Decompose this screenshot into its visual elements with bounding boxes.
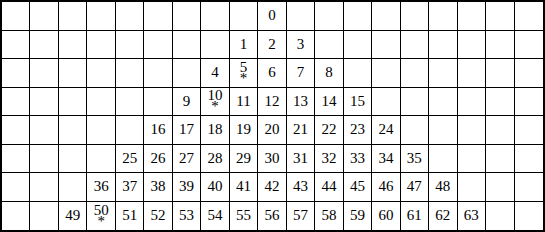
grid-cell — [401, 59, 429, 88]
asterisk-mark: * — [240, 74, 248, 85]
cell-number: 2 — [268, 36, 276, 53]
cell-number: 4 — [211, 64, 219, 81]
grid-cell — [59, 59, 87, 88]
cell-number: 45 — [350, 178, 365, 195]
grid-cell — [87, 116, 115, 145]
grid-cell: 62 — [429, 202, 457, 231]
grid-cell — [401, 88, 429, 117]
cell-number: 0 — [268, 7, 276, 24]
grid-cell: 5* — [230, 59, 258, 88]
cell-number: 3 — [297, 36, 305, 53]
grid-cell — [401, 2, 429, 31]
grid-cell — [30, 145, 58, 174]
cell-number: 48 — [435, 178, 450, 195]
grid-cell — [116, 116, 144, 145]
cell-number: 26 — [151, 150, 166, 167]
cell-number: 18 — [208, 121, 223, 138]
cell-number: 56 — [264, 207, 279, 224]
cell-number: 53 — [179, 207, 194, 224]
grid-cell — [429, 88, 457, 117]
number-grid: 012345*678910*11121314151617181920212223… — [0, 0, 545, 232]
grid-cell — [116, 2, 144, 31]
grid-cell — [515, 31, 543, 60]
grid-cell — [515, 173, 543, 202]
grid-cell — [2, 2, 30, 31]
grid-cell: 3 — [287, 31, 315, 60]
grid-cell — [201, 2, 229, 31]
grid-cell: 59 — [344, 202, 372, 231]
grid-cell — [429, 59, 457, 88]
cell-number: 51 — [122, 207, 137, 224]
grid-cell: 26 — [144, 145, 172, 174]
grid-cell — [87, 145, 115, 174]
grid-cell: 42 — [258, 173, 286, 202]
grid-cell — [144, 2, 172, 31]
cell-number: 62 — [435, 207, 450, 224]
cell-number: 25 — [122, 150, 137, 167]
cell-number: 16 — [151, 121, 166, 138]
grid-cell: 0 — [258, 2, 286, 31]
grid-cell — [173, 31, 201, 60]
cell-number: 37 — [122, 178, 137, 195]
grid-cell — [2, 145, 30, 174]
grid-cell — [2, 202, 30, 231]
cell-number: 47 — [407, 178, 422, 195]
grid-cell: 48 — [429, 173, 457, 202]
cell-number: 11 — [236, 93, 250, 110]
grid-cell — [116, 31, 144, 60]
grid-cell: 58 — [315, 202, 343, 231]
grid-cell: 45 — [344, 173, 372, 202]
cell-number: 39 — [179, 178, 194, 195]
grid-cell — [344, 2, 372, 31]
cell-number: 61 — [407, 207, 422, 224]
grid-cell — [87, 59, 115, 88]
grid-cell: 51 — [116, 202, 144, 231]
grid-cell — [59, 173, 87, 202]
cell-number: 49 — [65, 207, 80, 224]
cell-number: 19 — [236, 121, 251, 138]
grid-cell — [230, 2, 258, 31]
cell-number: 20 — [264, 121, 279, 138]
cell-number: 13 — [293, 93, 308, 110]
grid-cell: 23 — [344, 116, 372, 145]
cell-number: 23 — [350, 121, 365, 138]
cell-number: 31 — [293, 150, 308, 167]
cell-number: 43 — [293, 178, 308, 195]
grid-cell: 47 — [401, 173, 429, 202]
cell-number: 29 — [236, 150, 251, 167]
grid-cell: 41 — [230, 173, 258, 202]
grid-cell — [458, 88, 486, 117]
grid-cell — [30, 88, 58, 117]
grid-cell: 30 — [258, 145, 286, 174]
grid-cell — [59, 31, 87, 60]
grid-cell — [201, 31, 229, 60]
grid-cell: 16 — [144, 116, 172, 145]
grid-cell — [486, 116, 514, 145]
cell-number: 54 — [208, 207, 223, 224]
grid-cell — [515, 202, 543, 231]
grid-cell: 18 — [201, 116, 229, 145]
grid-cell: 22 — [315, 116, 343, 145]
cell-number: 58 — [321, 207, 336, 224]
grid-cell: 50* — [87, 202, 115, 231]
grid-cell: 49 — [59, 202, 87, 231]
cell-number: 6 — [268, 64, 276, 81]
grid-cell: 24 — [372, 116, 400, 145]
grid-cell — [515, 59, 543, 88]
grid-cell — [144, 59, 172, 88]
grid-cell — [458, 31, 486, 60]
cell-number: 1 — [240, 36, 248, 53]
grid-cell — [59, 145, 87, 174]
cell-number: 35 — [407, 150, 422, 167]
grid-cell — [2, 31, 30, 60]
grid-cell — [486, 59, 514, 88]
grid-cell: 19 — [230, 116, 258, 145]
grid-cell — [372, 88, 400, 117]
grid-cell — [458, 173, 486, 202]
cell-number: 9 — [183, 93, 191, 110]
grid-cell: 29 — [230, 145, 258, 174]
grid-cell: 10* — [201, 88, 229, 117]
grid-cell — [486, 173, 514, 202]
grid-cell — [30, 116, 58, 145]
cell-number: 30 — [264, 150, 279, 167]
cell-number: 46 — [378, 178, 393, 195]
grid-cell — [458, 59, 486, 88]
cell-number: 17 — [179, 121, 194, 138]
cell-number: 41 — [236, 178, 251, 195]
grid-cell: 57 — [287, 202, 315, 231]
grid-cell: 36 — [87, 173, 115, 202]
grid-cell — [515, 116, 543, 145]
grid-cell: 46 — [372, 173, 400, 202]
grid-cell: 33 — [344, 145, 372, 174]
grid-cell — [2, 59, 30, 88]
grid-cell: 9 — [173, 88, 201, 117]
grid-cell — [144, 31, 172, 60]
cell-number: 57 — [293, 207, 308, 224]
grid-cell — [372, 59, 400, 88]
grid-cell — [344, 59, 372, 88]
cell-number: 34 — [378, 150, 393, 167]
cell-number: 24 — [378, 121, 393, 138]
grid-cell — [429, 145, 457, 174]
grid-cell: 53 — [173, 202, 201, 231]
grid-cell: 63 — [458, 202, 486, 231]
grid-cell: 52 — [144, 202, 172, 231]
grid-cell: 14 — [315, 88, 343, 117]
grid-cell — [486, 2, 514, 31]
grid-cell — [515, 88, 543, 117]
cell-number: 32 — [321, 150, 336, 167]
grid-cell: 4 — [201, 59, 229, 88]
grid-cell — [30, 31, 58, 60]
cell-number: 36 — [94, 178, 109, 195]
grid-cell: 7 — [287, 59, 315, 88]
grid-cell — [87, 88, 115, 117]
grid-cell: 21 — [287, 116, 315, 145]
cell-number: 15 — [350, 93, 365, 110]
grid-cell — [429, 31, 457, 60]
grid-cell — [315, 31, 343, 60]
grid-cell — [287, 2, 315, 31]
cell-number: 27 — [179, 150, 194, 167]
cell-number: 52 — [151, 207, 166, 224]
cell-number: 12 — [264, 93, 279, 110]
grid-cell — [2, 116, 30, 145]
grid-cell: 15 — [344, 88, 372, 117]
grid-cell — [344, 31, 372, 60]
cell-number: 7 — [297, 64, 305, 81]
grid-cell: 32 — [315, 145, 343, 174]
grid-cell: 61 — [401, 202, 429, 231]
grid-cell: 55 — [230, 202, 258, 231]
cell-number: 59 — [350, 207, 365, 224]
grid-cell — [315, 2, 343, 31]
cell-number: 42 — [264, 178, 279, 195]
grid-cell: 38 — [144, 173, 172, 202]
grid-cell: 25 — [116, 145, 144, 174]
grid-cell — [87, 31, 115, 60]
cell-number: 22 — [321, 121, 336, 138]
cell-number: 21 — [293, 121, 308, 138]
grid-cell — [486, 31, 514, 60]
grid-cell — [429, 2, 457, 31]
grid-cell: 17 — [173, 116, 201, 145]
grid-cell — [30, 202, 58, 231]
cell-number: 28 — [208, 150, 223, 167]
grid-cell: 1 — [230, 31, 258, 60]
grid-cell — [372, 31, 400, 60]
cell-number: 63 — [464, 207, 479, 224]
grid-cell: 31 — [287, 145, 315, 174]
grid-cell — [486, 88, 514, 117]
grid-cell — [458, 116, 486, 145]
grid-cell — [173, 2, 201, 31]
cell-number: 40 — [208, 178, 223, 195]
cell-number: 38 — [151, 178, 166, 195]
grid-cell: 12 — [258, 88, 286, 117]
grid-cell — [30, 173, 58, 202]
grid-cell — [429, 116, 457, 145]
asterisk-mark: * — [97, 217, 105, 228]
grid-cell — [144, 88, 172, 117]
grid-cell: 28 — [201, 145, 229, 174]
grid-cell — [401, 31, 429, 60]
grid-cell — [59, 88, 87, 117]
cell-number: 33 — [350, 150, 365, 167]
grid-cell — [30, 2, 58, 31]
grid-cell: 13 — [287, 88, 315, 117]
grid-cell: 8 — [315, 59, 343, 88]
grid-cell: 20 — [258, 116, 286, 145]
grid-cell: 40 — [201, 173, 229, 202]
cell-number: 60 — [378, 207, 393, 224]
grid-cell: 43 — [287, 173, 315, 202]
grid-cell: 39 — [173, 173, 201, 202]
grid-cell — [59, 2, 87, 31]
grid-cell: 37 — [116, 173, 144, 202]
grid-cell — [59, 116, 87, 145]
grid-cell: 6 — [258, 59, 286, 88]
cell-number: 55 — [236, 207, 251, 224]
cell-number: 44 — [321, 178, 336, 195]
grid-cell — [458, 2, 486, 31]
grid-cell: 35 — [401, 145, 429, 174]
grid-cell — [116, 88, 144, 117]
grid-cell: 34 — [372, 145, 400, 174]
grid-cell: 27 — [173, 145, 201, 174]
grid-cell — [401, 116, 429, 145]
grid-cell: 11 — [230, 88, 258, 117]
grid-cell — [116, 59, 144, 88]
cell-number: 14 — [321, 93, 336, 110]
grid-cell — [2, 88, 30, 117]
grid-cell — [2, 173, 30, 202]
asterisk-mark: * — [211, 102, 219, 113]
grid-cell — [30, 59, 58, 88]
grid-cell — [458, 145, 486, 174]
grid-cell: 54 — [201, 202, 229, 231]
grid-cell — [173, 59, 201, 88]
grid-cell — [515, 2, 543, 31]
grid-cell — [87, 2, 115, 31]
grid-cell: 56 — [258, 202, 286, 231]
grid-cell — [486, 202, 514, 231]
grid-cell: 2 — [258, 31, 286, 60]
grid-cell: 44 — [315, 173, 343, 202]
cell-number: 8 — [325, 64, 333, 81]
grid-cell — [486, 145, 514, 174]
grid-cell — [372, 2, 400, 31]
grid-cell: 60 — [372, 202, 400, 231]
grid-cell — [515, 145, 543, 174]
